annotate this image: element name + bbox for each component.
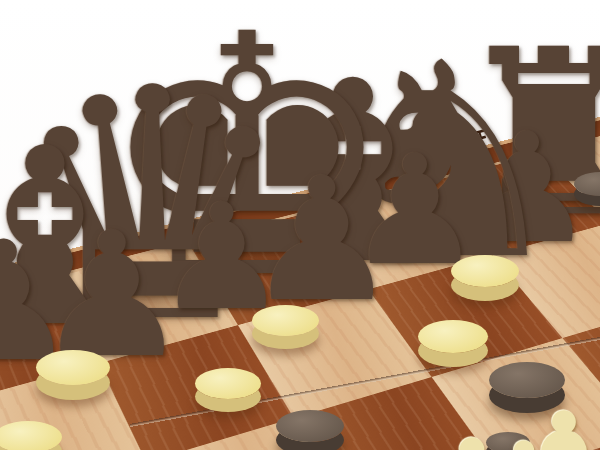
- light-checker-disc[interactable]: [36, 350, 110, 385]
- light-pawn[interactable]: ♟: [402, 419, 543, 450]
- light-checker-disc[interactable]: [0, 421, 62, 450]
- light-checker-disc[interactable]: [195, 368, 261, 399]
- light-checker-disc[interactable]: [418, 320, 488, 353]
- light-checker-disc[interactable]: [451, 255, 519, 287]
- light-checker-disc[interactable]: [252, 305, 319, 336]
- dark-checker-disc[interactable]: [276, 410, 344, 442]
- product-photo-scene: H ♟♝♟♛♟♚♟♝♟♞♟♜♟♟♟: [0, 0, 600, 450]
- pieces-layer: ♟♝♟♛♟♚♟♝♟♞♟♜♟♟♟: [0, 0, 600, 450]
